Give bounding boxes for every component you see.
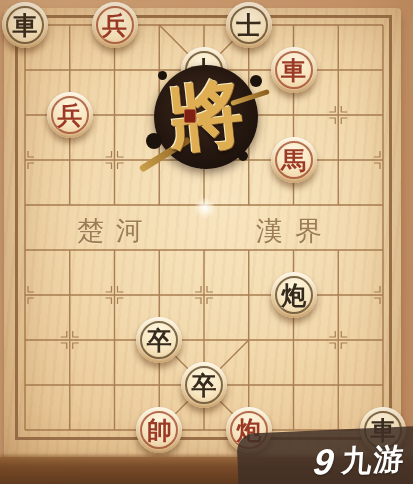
- xiangqi-game-screen: 楚河 漢界 車兵士士車兵將馬炮卒卒帥炮車 將 9 九游: [0, 0, 413, 484]
- piece-glyph: 卒: [136, 317, 182, 363]
- piece-glyph: 車: [271, 47, 317, 93]
- piece-glyph: 炮: [271, 272, 317, 318]
- piece-black-advisor[interactable]: 士: [226, 2, 272, 48]
- piece-glyph: 帥: [136, 407, 182, 453]
- red-seal-mark: [184, 109, 196, 123]
- piece-black-soldier[interactable]: 卒: [136, 317, 182, 363]
- watermark-text: 九游: [341, 444, 407, 477]
- piece-red-chariot[interactable]: 車: [271, 47, 317, 93]
- piece-red-horse[interactable]: 馬: [271, 137, 317, 183]
- river-label-left: 楚河: [77, 213, 155, 249]
- piece-glyph: 馬: [271, 137, 317, 183]
- piece-red-soldier[interactable]: 兵: [92, 2, 138, 48]
- piece-glyph: 卒: [181, 362, 227, 408]
- piece-red-general[interactable]: 帥: [136, 407, 182, 453]
- watermark-banner: 9 九游: [236, 426, 413, 484]
- sparkle-effect: [194, 197, 216, 219]
- piece-red-soldier[interactable]: 兵: [47, 92, 93, 138]
- piece-glyph: 兵: [92, 2, 138, 48]
- lightning-9-icon: 9: [312, 444, 335, 481]
- piece-glyph: 士: [226, 2, 272, 48]
- piece-glyph: 車: [2, 2, 48, 48]
- piece-black-cannon[interactable]: 炮: [271, 272, 317, 318]
- check-badge-glyph: 將: [149, 60, 263, 174]
- check-badge: 將: [154, 65, 258, 169]
- piece-black-chariot[interactable]: 車: [2, 2, 48, 48]
- river-label-right: 漢界: [256, 213, 334, 249]
- piece-glyph: 兵: [47, 92, 93, 138]
- piece-black-soldier[interactable]: 卒: [181, 362, 227, 408]
